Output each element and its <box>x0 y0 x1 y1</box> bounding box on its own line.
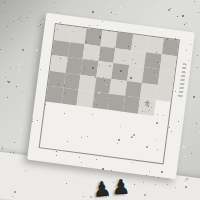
board-paper: ⚜﹏﹏ <box>27 13 195 179</box>
board-grid: ⚜﹏﹏ <box>39 23 180 164</box>
chessboard-photo: ⚜﹏﹏ ♟ ♟ <box>0 0 200 200</box>
square-r8c8: ⚜﹏﹏ <box>138 98 155 115</box>
captured-black-pawn: ♟ <box>92 178 112 199</box>
captured-black-pawn: ♟ <box>112 177 131 198</box>
square-r7c7 <box>155 84 172 101</box>
board-maker-crest-icon: ⚜﹏﹏ <box>138 98 155 115</box>
board-edge-brand-text <box>178 63 187 99</box>
